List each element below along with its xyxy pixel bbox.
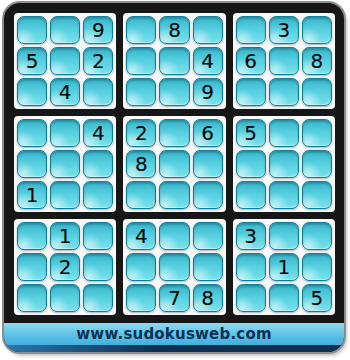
cell-r4c5[interactable] xyxy=(159,119,189,147)
box-4: 41 xyxy=(14,116,116,212)
cell-r8c9[interactable] xyxy=(302,253,332,281)
board-area: 952484936841268512478315 xyxy=(4,3,344,323)
cell-r1c4[interactable] xyxy=(126,16,156,44)
cell-r8c3[interactable] xyxy=(83,253,113,281)
cell-r6c3[interactable] xyxy=(83,181,113,209)
cell-r7c4[interactable]: 4 xyxy=(126,222,156,250)
cell-r8c7[interactable] xyxy=(236,253,266,281)
cell-r5c5[interactable] xyxy=(159,150,189,178)
cell-r8c8[interactable]: 1 xyxy=(269,253,299,281)
cell-r1c1[interactable] xyxy=(17,16,47,44)
footer-band: www.sudokusweb.com xyxy=(4,323,344,345)
sudoku-board: 952484936841268512478315 xyxy=(14,13,335,315)
cell-r1c7[interactable] xyxy=(236,16,266,44)
cell-r2c2[interactable] xyxy=(50,47,80,75)
cell-r9c4[interactable] xyxy=(126,284,156,312)
cell-r7c9[interactable] xyxy=(302,222,332,250)
cell-r3c2[interactable]: 4 xyxy=(50,78,80,106)
cell-r3c7[interactable] xyxy=(236,78,266,106)
cell-r2c5[interactable] xyxy=(159,47,189,75)
cell-r4c8[interactable] xyxy=(269,119,299,147)
cell-r1c3[interactable]: 9 xyxy=(83,16,113,44)
cell-r5c9[interactable] xyxy=(302,150,332,178)
cell-r9c3[interactable] xyxy=(83,284,113,312)
box-1: 9524 xyxy=(14,13,116,109)
cell-r4c3[interactable]: 4 xyxy=(83,119,113,147)
cell-r1c6[interactable] xyxy=(193,16,223,44)
cell-r7c3[interactable] xyxy=(83,222,113,250)
sudoku-frame: 952484936841268512478315 www.sudokusweb.… xyxy=(4,3,344,352)
cell-r2c3[interactable]: 2 xyxy=(83,47,113,75)
cell-r3c5[interactable] xyxy=(159,78,189,106)
cell-r5c7[interactable] xyxy=(236,150,266,178)
cell-r6c1[interactable]: 1 xyxy=(17,181,47,209)
box-9: 315 xyxy=(233,219,335,315)
cell-r5c1[interactable] xyxy=(17,150,47,178)
cell-r4c6[interactable]: 6 xyxy=(193,119,223,147)
cell-r1c9[interactable] xyxy=(302,16,332,44)
cell-r3c9[interactable] xyxy=(302,78,332,106)
cell-r5c3[interactable] xyxy=(83,150,113,178)
cell-r7c6[interactable] xyxy=(193,222,223,250)
cell-r5c6[interactable] xyxy=(193,150,223,178)
cell-r6c5[interactable] xyxy=(159,181,189,209)
box-8: 478 xyxy=(123,219,225,315)
cell-r4c1[interactable] xyxy=(17,119,47,147)
cell-r8c5[interactable] xyxy=(159,253,189,281)
cell-r3c4[interactable] xyxy=(126,78,156,106)
box-3: 368 xyxy=(233,13,335,109)
cell-r9c7[interactable] xyxy=(236,284,266,312)
box-5: 268 xyxy=(123,116,225,212)
cell-r9c6[interactable]: 8 xyxy=(193,284,223,312)
cell-r2c6[interactable]: 4 xyxy=(193,47,223,75)
cell-r1c2[interactable] xyxy=(50,16,80,44)
cell-r3c1[interactable] xyxy=(17,78,47,106)
cell-r8c4[interactable] xyxy=(126,253,156,281)
cell-r3c3[interactable] xyxy=(83,78,113,106)
cell-r7c2[interactable]: 1 xyxy=(50,222,80,250)
cell-r8c2[interactable]: 2 xyxy=(50,253,80,281)
cell-r6c8[interactable] xyxy=(269,181,299,209)
box-2: 849 xyxy=(123,13,225,109)
cell-r1c5[interactable]: 8 xyxy=(159,16,189,44)
cell-r7c5[interactable] xyxy=(159,222,189,250)
cell-r9c5[interactable]: 7 xyxy=(159,284,189,312)
cell-r8c6[interactable] xyxy=(193,253,223,281)
cell-r5c4[interactable]: 8 xyxy=(126,150,156,178)
cell-r6c2[interactable] xyxy=(50,181,80,209)
cell-r9c9[interactable]: 5 xyxy=(302,284,332,312)
box-6: 5 xyxy=(233,116,335,212)
cell-r2c4[interactable] xyxy=(126,47,156,75)
website-link[interactable]: www.sudokusweb.com xyxy=(76,325,271,343)
box-7: 12 xyxy=(14,219,116,315)
cell-r3c8[interactable] xyxy=(269,78,299,106)
cell-r6c6[interactable] xyxy=(193,181,223,209)
cell-r9c1[interactable] xyxy=(17,284,47,312)
cell-r4c7[interactable]: 5 xyxy=(236,119,266,147)
cell-r5c2[interactable] xyxy=(50,150,80,178)
cell-r7c8[interactable] xyxy=(269,222,299,250)
cell-r3c6[interactable]: 9 xyxy=(193,78,223,106)
cell-r2c1[interactable]: 5 xyxy=(17,47,47,75)
cell-r2c8[interactable] xyxy=(269,47,299,75)
cell-r9c8[interactable] xyxy=(269,284,299,312)
cell-r5c8[interactable] xyxy=(269,150,299,178)
cell-r6c7[interactable] xyxy=(236,181,266,209)
cell-r1c8[interactable]: 3 xyxy=(269,16,299,44)
cell-r8c1[interactable] xyxy=(17,253,47,281)
cell-r4c9[interactable] xyxy=(302,119,332,147)
cell-r2c9[interactable]: 8 xyxy=(302,47,332,75)
cell-r7c1[interactable] xyxy=(17,222,47,250)
cell-r6c4[interactable] xyxy=(126,181,156,209)
cell-r4c2[interactable] xyxy=(50,119,80,147)
cell-r2c7[interactable]: 6 xyxy=(236,47,266,75)
cell-r7c7[interactable]: 3 xyxy=(236,222,266,250)
cell-r4c4[interactable]: 2 xyxy=(126,119,156,147)
frame-bottom-edge xyxy=(4,345,344,352)
cell-r6c9[interactable] xyxy=(302,181,332,209)
cell-r9c2[interactable] xyxy=(50,284,80,312)
